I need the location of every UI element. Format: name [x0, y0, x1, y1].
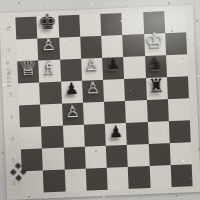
- square-c1: [64, 169, 86, 192]
- photo-speck: [2, 152, 4, 154]
- chess-board: 87654321 ⊕ CHESS ♚♙♔♕♗♙♟♞♟♙♜♙♟: [0, 5, 200, 200]
- square-d8: [79, 14, 101, 37]
- rank-label-4: 4: [3, 105, 20, 128]
- square-c5: ♟: [61, 81, 83, 104]
- square-b5: [39, 82, 61, 105]
- square-e3: ♟: [105, 123, 127, 146]
- square-c2: [63, 147, 85, 170]
- piece-white-pawn: ♙: [85, 80, 100, 97]
- board-corner-emblem-icon: [8, 161, 29, 186]
- board-grid: ♚♙♔♕♗♙♟♞♟♙♜♙♟: [15, 10, 192, 193]
- rank-label-8: 8: [0, 17, 16, 40]
- square-h6: [166, 54, 188, 77]
- square-b1: [43, 170, 65, 193]
- photo-speck: [196, 20, 198, 22]
- photo-speck: [126, 5, 127, 6]
- piece-black-knight: ♞: [147, 53, 165, 73]
- square-h4: [168, 98, 190, 121]
- photo-speck: [1, 118, 2, 119]
- rank-label-3: 3: [4, 127, 21, 150]
- square-f3: [126, 122, 148, 145]
- square-e1: [107, 167, 129, 190]
- square-e4: [104, 101, 126, 124]
- emblem-dot: [15, 162, 22, 169]
- square-c3: [62, 125, 84, 148]
- square-a3: [20, 126, 42, 149]
- photo-speck: [103, 196, 105, 198]
- square-g1: [149, 165, 171, 188]
- emblem-dot: [20, 168, 27, 175]
- square-d5: ♙: [82, 80, 104, 103]
- square-d2: [85, 146, 107, 169]
- photo-speck: [176, 195, 178, 197]
- square-h5: [167, 76, 189, 99]
- square-f1: [128, 166, 150, 189]
- square-b4: [40, 104, 62, 127]
- square-d4: [83, 102, 105, 125]
- photo-speck: [168, 2, 170, 4]
- square-g5: ♜: [146, 77, 168, 100]
- square-c8: [58, 15, 80, 38]
- photo-speck: [140, 197, 141, 198]
- square-a8: [15, 17, 37, 40]
- photo-speck: [64, 198, 65, 199]
- photo-speck: [44, 6, 45, 7]
- piece-black-pawn: ♟: [106, 57, 121, 74]
- emblem-dot: [15, 174, 22, 181]
- piece-black-rook: ♜: [148, 76, 166, 96]
- photo-speck: [197, 75, 199, 77]
- piece-white-pawn: ♙: [65, 103, 80, 120]
- square-f4: [125, 100, 147, 123]
- photo-speck: [91, 3, 93, 5]
- square-g4: [146, 99, 168, 122]
- square-d1: [86, 168, 108, 191]
- piece-white-pawn: ♙: [84, 57, 99, 74]
- square-f5: [124, 78, 146, 101]
- rank-label-7: 7: [0, 39, 17, 62]
- square-g3: [147, 121, 169, 144]
- square-h2: [170, 142, 192, 165]
- piece-black-king: ♚: [38, 11, 58, 33]
- square-f7: [122, 34, 144, 57]
- square-b3: [41, 126, 63, 149]
- piece-black-pawn: ♟: [108, 124, 123, 141]
- photo-speck: [6, 4, 7, 5]
- square-e2: [106, 145, 128, 168]
- square-f8: [122, 12, 144, 35]
- piece-white-king: ♔: [145, 30, 165, 52]
- chessboard-photo: 87654321 ⊕ CHESS ♚♙♔♕♗♙♟♞♟♙♜♙♟: [0, 0, 200, 200]
- square-h8: [164, 10, 186, 33]
- square-h7: [165, 32, 187, 55]
- square-c4: ♙: [62, 103, 84, 126]
- square-a6: ♕: [17, 61, 39, 84]
- square-b2: [42, 148, 64, 171]
- piece-white-bishop: ♗: [40, 58, 58, 78]
- square-e6: ♟: [102, 57, 124, 80]
- emblem-dot: [10, 169, 17, 176]
- square-e5: [103, 79, 125, 102]
- square-g2: [148, 143, 170, 166]
- piece-white-queen: ♕: [18, 57, 38, 79]
- piece-white-pawn: ♙: [41, 37, 56, 54]
- square-h1: [170, 164, 192, 187]
- piece-black-pawn: ♟: [64, 81, 79, 98]
- square-c7: [59, 37, 81, 60]
- square-f2: [127, 144, 149, 167]
- square-e8: [100, 13, 122, 36]
- square-a5: [18, 83, 40, 106]
- square-f6: [123, 56, 145, 79]
- square-a4: [19, 105, 41, 128]
- square-h3: [169, 120, 191, 143]
- square-b6: ♗: [38, 60, 60, 83]
- square-d3: [84, 124, 106, 147]
- photo-speck: [18, 2, 20, 4]
